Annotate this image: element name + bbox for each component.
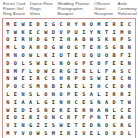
grid-cell[interactable]: D <box>50 28 58 36</box>
grid-cell[interactable]: N <box>57 98 65 106</box>
grid-cell[interactable]: I <box>110 28 118 36</box>
grid-cell[interactable]: P <box>80 59 88 67</box>
grid-cell[interactable]: A <box>118 114 126 122</box>
grid-cell[interactable]: C <box>118 75 126 83</box>
grid-cell[interactable]: I <box>103 75 111 83</box>
grid-cell[interactable]: H <box>65 36 73 44</box>
grid-cell[interactable]: T <box>103 28 111 36</box>
grid-cell[interactable]: L <box>80 82 88 90</box>
grid-cell[interactable]: I <box>103 90 111 98</box>
grid-cell[interactable]: W <box>4 106 12 114</box>
grid-cell[interactable]: I <box>12 36 20 44</box>
grid-cell[interactable]: G <box>42 36 50 44</box>
grid-cell[interactable]: B <box>50 82 58 90</box>
grid-cell[interactable]: N <box>50 90 58 98</box>
grid-cell[interactable]: D <box>88 121 96 129</box>
word-list-column-2: Dance Floor Rings Vows <box>30 1 53 16</box>
grid-cell[interactable]: N <box>42 82 50 90</box>
grid-cell[interactable]: O <box>12 82 20 90</box>
grid-cell[interactable]: E <box>72 51 80 59</box>
grid-cell[interactable]: Q <box>88 51 96 59</box>
grid-cell[interactable]: A <box>110 67 118 75</box>
grid-cell[interactable]: I <box>126 51 134 59</box>
word-list-column-5: Aisle Ceremony Rehearsal <box>118 1 137 16</box>
grid-cell[interactable]: W <box>34 59 42 67</box>
grid-cell[interactable]: O <box>65 43 73 51</box>
grid-cell[interactable]: O <box>118 82 126 90</box>
grid-cell[interactable]: P <box>65 28 73 36</box>
grid-cell[interactable]: R <box>57 67 65 75</box>
grid-cell[interactable]: L <box>126 129 134 137</box>
grid-cell[interactable]: N <box>95 114 103 122</box>
grid-cell[interactable]: V <box>19 129 27 137</box>
grid-cell[interactable]: G <box>72 43 80 51</box>
grid-cell[interactable]: G <box>27 121 35 129</box>
grid-cell[interactable]: O <box>95 59 103 67</box>
grid-cell[interactable]: O <box>80 75 88 83</box>
grid-cell[interactable]: I <box>12 121 20 129</box>
grid-cell[interactable]: W <box>12 75 20 83</box>
grid-cell[interactable]: R <box>110 90 118 98</box>
word-list-item: Reception <box>94 11 113 16</box>
grid-cell[interactable]: N <box>57 59 65 67</box>
grid-cell[interactable]: A <box>65 82 73 90</box>
word-list: Escort Card Flower Girl Ring Bearer Danc… <box>3 1 137 16</box>
grid-cell[interactable]: L <box>50 59 58 67</box>
grid-cell[interactable]: P <box>118 36 126 44</box>
grid-cell[interactable]: O <box>103 121 111 129</box>
grid-cell[interactable]: N <box>110 36 118 44</box>
grid-cell[interactable]: S <box>50 121 58 129</box>
grid-cell[interactable]: L <box>95 67 103 75</box>
grid-cell[interactable]: N <box>88 106 96 114</box>
grid-cell[interactable]: S <box>118 67 126 75</box>
grid-cell[interactable]: N <box>95 28 103 36</box>
grid-cell[interactable]: N <box>95 121 103 129</box>
word-search-grid-border: MEWEDIGCRYNOMERECTWKECWDVPUIYNTIMOOIRHDG… <box>2 18 136 138</box>
grid-cell[interactable]: S <box>88 98 96 106</box>
grid-cell[interactable]: U <box>95 51 103 59</box>
grid-cell[interactable]: L <box>34 51 42 59</box>
grid-cell[interactable]: M <box>4 20 12 28</box>
grid-cell[interactable]: R <box>65 20 73 28</box>
grid-cell[interactable]: G <box>50 20 58 28</box>
grid-cell[interactable]: L <box>95 90 103 98</box>
grid-cell[interactable]: E <box>110 82 118 90</box>
word-list-item: Bouquet <box>58 11 90 16</box>
grid-cell[interactable]: G <box>110 121 118 129</box>
grid-cell[interactable]: O <box>19 43 27 51</box>
grid-cell[interactable]: E <box>4 114 12 122</box>
grid-cell[interactable]: A <box>72 36 80 44</box>
grid-cell[interactable]: P <box>72 75 80 83</box>
grid-cell[interactable]: E <box>72 82 80 90</box>
grid-cell[interactable]: W <box>57 121 65 129</box>
grid-cell[interactable]: V <box>80 129 88 137</box>
word-list-item: Vows <box>30 11 53 16</box>
grid-cell[interactable]: A <box>88 90 96 98</box>
grid-cell[interactable]: O <box>88 20 96 28</box>
grid-cell[interactable]: T <box>4 28 12 36</box>
grid-cell[interactable]: T <box>103 114 111 122</box>
grid-cell[interactable]: C <box>42 75 50 83</box>
grid-cell[interactable]: C <box>126 67 134 75</box>
grid-cell[interactable]: L <box>88 67 96 75</box>
grid-cell[interactable]: Z <box>57 36 65 44</box>
grid-cell[interactable]: O <box>34 67 42 75</box>
grid-cell[interactable]: W <box>95 75 103 83</box>
grid-cell[interactable]: V <box>110 129 118 137</box>
grid-cell[interactable]: C <box>118 106 126 114</box>
grid-cell[interactable]: P <box>4 82 12 90</box>
grid-cell[interactable]: E <box>110 59 118 67</box>
grid-cell[interactable]: K <box>19 28 27 36</box>
grid-cell[interactable]: S <box>34 106 42 114</box>
grid-cell[interactable]: N <box>95 98 103 106</box>
grid-cell[interactable]: L <box>27 67 35 75</box>
grid-cell[interactable]: W <box>34 129 42 137</box>
grid-cell[interactable]: N <box>19 121 27 129</box>
grid-cell[interactable]: E <box>19 75 27 83</box>
grid-cell[interactable]: S <box>27 90 35 98</box>
grid-cell[interactable]: P <box>88 114 96 122</box>
grid-cell[interactable]: I <box>19 114 27 122</box>
grid-cell[interactable]: E <box>50 106 58 114</box>
grid-cell[interactable]: W <box>126 98 134 106</box>
grid-cell[interactable]: A <box>103 98 111 106</box>
grid-cell[interactable]: S <box>42 129 50 137</box>
grid-cell[interactable]: I <box>126 90 134 98</box>
grid-cell[interactable]: M <box>4 129 12 137</box>
grid-cell[interactable]: U <box>57 51 65 59</box>
grid-cell[interactable]: F <box>118 51 126 59</box>
grid-cell[interactable]: I <box>50 51 58 59</box>
grid-cell[interactable]: F <box>80 114 88 122</box>
grid-cell[interactable]: T <box>80 43 88 51</box>
grid-cell[interactable]: R <box>80 67 88 75</box>
grid-cell[interactable]: H <box>95 43 103 51</box>
grid-cell[interactable]: R <box>19 36 27 44</box>
grid-cell[interactable]: E <box>12 106 20 114</box>
letter-grid: MEWEDIGCRYNOMERECTWKECWDVPUIYNTIMOOIRHDG… <box>4 20 135 137</box>
grid-cell[interactable]: C <box>72 98 80 106</box>
grid-cell[interactable]: M <box>12 67 20 75</box>
grid-cell[interactable]: T <box>72 121 80 129</box>
grid-cell[interactable]: E <box>12 20 20 28</box>
grid-cell[interactable]: S <box>103 43 111 51</box>
grid-cell[interactable]: C <box>126 20 134 28</box>
grid-cell[interactable]: C <box>19 82 27 90</box>
grid-cell[interactable]: O <box>12 114 20 122</box>
grid-cell[interactable]: I <box>27 106 35 114</box>
grid-cell[interactable]: C <box>57 20 65 28</box>
grid-cell[interactable]: O <box>65 59 73 67</box>
grid-cell[interactable]: I <box>50 98 58 106</box>
grid-cell[interactable]: W <box>57 43 65 51</box>
grid-cell[interactable]: T <box>118 98 126 106</box>
grid-cell[interactable]: U <box>80 51 88 59</box>
grid-cell[interactable]: I <box>27 75 35 83</box>
grid-cell[interactable]: S <box>95 36 103 44</box>
grid-cell[interactable]: G <box>72 59 80 67</box>
grid-cell[interactable]: M <box>4 43 12 51</box>
grid-cell[interactable]: S <box>50 75 58 83</box>
grid-cell[interactable]: D <box>34 36 42 44</box>
grid-cell[interactable]: H <box>34 43 42 51</box>
grid-cell[interactable]: C <box>103 82 111 90</box>
grid-cell[interactable]: B <box>80 36 88 44</box>
grid-cell[interactable]: G <box>50 43 58 51</box>
grid-cell[interactable]: R <box>126 82 134 90</box>
grid-cell[interactable]: O <box>57 90 65 98</box>
grid-cell[interactable]: W <box>19 20 27 28</box>
grid-cell[interactable]: E <box>110 114 118 122</box>
grid-cell[interactable]: W <box>88 36 96 44</box>
grid-cell[interactable]: S <box>27 59 35 67</box>
grid-cell[interactable]: N <box>19 90 27 98</box>
grid-cell[interactable]: I <box>57 129 65 137</box>
grid-cell[interactable]: F <box>72 114 80 122</box>
grid-cell[interactable]: D <box>110 98 118 106</box>
grid-cell[interactable]: W <box>27 51 35 59</box>
grid-cell[interactable]: L <box>95 129 103 137</box>
grid-cell[interactable]: E <box>103 20 111 28</box>
grid-cell[interactable]: R <box>110 75 118 83</box>
grid-cell[interactable]: W <box>42 67 50 75</box>
grid-cell[interactable]: E <box>126 106 134 114</box>
grid-cell[interactable]: F <box>19 67 27 75</box>
grid-cell[interactable]: R <box>65 114 73 122</box>
grid-cell[interactable]: E <box>27 28 35 36</box>
grid-cell[interactable]: A <box>27 43 35 51</box>
grid-cell[interactable]: R <box>65 75 73 83</box>
grid-cell[interactable]: D <box>118 129 126 137</box>
grid-cell[interactable]: I <box>42 121 50 129</box>
grid-cell[interactable]: E <box>72 106 80 114</box>
grid-cell[interactable]: W <box>42 28 50 36</box>
grid-cell[interactable]: R <box>80 106 88 114</box>
word-list-item: Rehearsal <box>118 11 137 16</box>
grid-cell[interactable]: S <box>88 75 96 83</box>
grid-cell[interactable]: A <box>27 98 35 106</box>
grid-cell[interactable]: E <box>50 67 58 75</box>
grid-cell[interactable]: L <box>34 98 42 106</box>
grid-cell[interactable]: I <box>57 82 65 90</box>
grid-cell[interactable]: G <box>65 67 73 75</box>
grid-cell[interactable]: N <box>4 75 12 83</box>
grid-cell[interactable]: I <box>42 20 50 28</box>
grid-cell[interactable]: N <box>50 114 58 122</box>
grid-cell[interactable]: K <box>57 106 65 114</box>
grid-cell[interactable]: O <box>27 129 35 137</box>
grid-cell[interactable]: S <box>126 36 134 44</box>
grid-cell[interactable]: G <box>126 121 134 129</box>
grid-cell[interactable]: B <box>110 51 118 59</box>
grid-cell[interactable]: N <box>80 20 88 28</box>
grid-cell[interactable]: W <box>12 28 20 36</box>
grid-cell[interactable]: L <box>19 59 27 67</box>
grid-cell[interactable]: N <box>126 43 134 51</box>
grid-cell[interactable]: G <box>42 98 50 106</box>
grid-cell[interactable]: F <box>103 59 111 67</box>
grid-cell[interactable]: E <box>80 121 88 129</box>
grid-cell[interactable]: I <box>34 114 42 122</box>
grid-cell[interactable]: R <box>118 121 126 129</box>
grid-cell[interactable]: O <box>4 36 12 44</box>
grid-cell[interactable]: H <box>65 98 73 106</box>
grid-cell[interactable]: O <box>42 114 50 122</box>
grid-cell[interactable]: E <box>118 59 126 67</box>
word-list-column-3: Wedding Planner Photographer Bouquet <box>58 1 90 16</box>
grid-cell[interactable]: E <box>72 90 80 98</box>
grid-cell[interactable]: R <box>27 114 35 122</box>
grid-cell[interactable]: E <box>42 59 50 67</box>
grid-cell[interactable]: R <box>126 114 134 122</box>
grid-cell[interactable]: D <box>34 20 42 28</box>
grid-cell[interactable]: E <box>118 20 126 28</box>
grid-cell[interactable]: O <box>126 28 134 36</box>
grid-cell[interactable]: L <box>4 90 12 98</box>
grid-cell[interactable]: N <box>126 75 134 83</box>
grid-cell[interactable]: R <box>110 20 118 28</box>
grid-cell[interactable]: O <box>42 90 50 98</box>
word-list-column-1: Escort Card Flower Girl Ring Bearer <box>3 1 25 16</box>
grid-cell[interactable]: L <box>12 43 20 51</box>
grid-cell[interactable]: A <box>95 106 103 114</box>
grid-cell[interactable]: T <box>50 36 58 44</box>
grid-cell[interactable]: O <box>103 129 111 137</box>
grid-cell[interactable]: I <box>72 129 80 137</box>
grid-cell[interactable]: N <box>103 106 111 114</box>
grid-cell[interactable]: E <box>88 43 96 51</box>
grid-cell[interactable]: E <box>88 59 96 67</box>
grid-cell[interactable]: U <box>72 28 80 36</box>
grid-cell[interactable]: Y <box>12 129 20 137</box>
grid-cell[interactable]: I <box>72 67 80 75</box>
grid-cell[interactable]: M <box>4 51 12 59</box>
grid-cell[interactable]: F <box>103 67 111 75</box>
grid-cell[interactable]: Z <box>34 121 42 129</box>
word-list-item: Ring Bearer <box>3 11 25 16</box>
grid-cell[interactable]: I <box>80 28 88 36</box>
grid-cell[interactable]: R <box>65 129 73 137</box>
grid-cell[interactable]: Y <box>88 28 96 36</box>
grid-cell[interactable]: V <box>57 28 65 36</box>
grid-cell[interactable]: V <box>4 121 12 129</box>
grid-cell[interactable]: N <box>42 106 50 114</box>
grid-cell[interactable]: H <box>57 75 65 83</box>
grid-cell[interactable]: L <box>110 106 118 114</box>
grid-cell[interactable]: G <box>110 43 118 51</box>
grid-cell[interactable]: O <box>19 51 27 59</box>
grid-cell[interactable]: N <box>126 59 134 67</box>
grid-cell[interactable]: T <box>65 51 73 59</box>
grid-cell[interactable]: S <box>80 90 88 98</box>
grid-cell[interactable]: K <box>103 36 111 44</box>
grid-cell[interactable]: M <box>95 20 103 28</box>
grid-cell[interactable]: Y <box>72 20 80 28</box>
grid-cell[interactable]: E <box>65 121 73 129</box>
grid-cell[interactable]: D <box>42 43 50 51</box>
grid-cell[interactable]: M <box>34 82 42 90</box>
grid-cell[interactable]: C <box>34 28 42 36</box>
grid-cell[interactable]: S <box>27 82 35 90</box>
grid-cell[interactable]: K <box>42 51 50 59</box>
grid-cell[interactable]: N <box>12 51 20 59</box>
grid-cell[interactable]: R <box>34 75 42 83</box>
grid-cell[interactable]: I <box>12 98 20 106</box>
grid-cell[interactable]: L <box>34 90 42 98</box>
grid-cell[interactable]: O <box>12 59 20 67</box>
word-list-column-4: Officiant Guest Reception <box>94 1 113 16</box>
grid-cell[interactable]: O <box>103 51 111 59</box>
grid-cell[interactable]: M <box>118 28 126 36</box>
grid-cell[interactable]: E <box>88 129 96 137</box>
grid-cell[interactable]: N <box>4 98 12 106</box>
grid-cell[interactable]: I <box>88 82 96 90</box>
grid-cell[interactable]: E <box>12 90 20 98</box>
grid-cell[interactable]: B <box>4 67 12 75</box>
grid-cell[interactable]: D <box>19 106 27 114</box>
grid-cell[interactable]: E <box>65 106 73 114</box>
grid-cell[interactable]: A <box>19 98 27 106</box>
grid-cell[interactable]: C <box>57 114 65 122</box>
grid-cell[interactable]: H <box>27 36 35 44</box>
grid-cell[interactable]: H <box>95 82 103 90</box>
grid-cell[interactable]: R <box>118 90 126 98</box>
grid-cell[interactable]: M <box>50 129 58 137</box>
grid-cell[interactable]: P <box>65 90 73 98</box>
grid-cell[interactable]: B <box>118 43 126 51</box>
grid-cell[interactable]: E <box>80 98 88 106</box>
grid-cell[interactable]: E <box>27 20 35 28</box>
grid-cell[interactable]: D <box>4 59 12 67</box>
